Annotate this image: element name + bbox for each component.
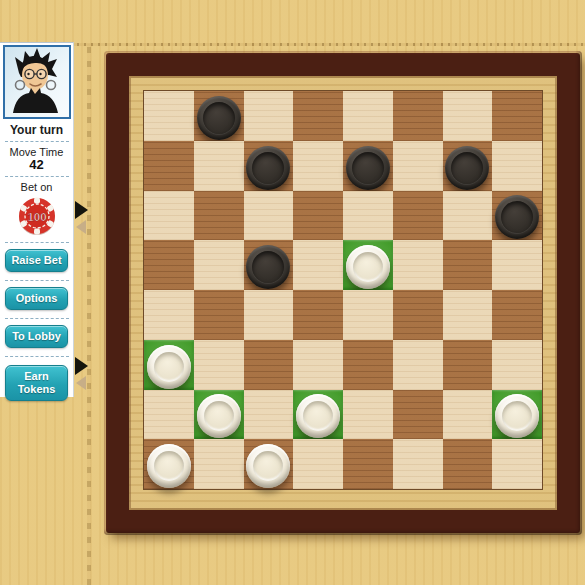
square-r0c6 bbox=[443, 91, 493, 141]
square-r6c2 bbox=[244, 390, 294, 440]
square-r1c6[interactable] bbox=[443, 141, 493, 191]
square-r3c3 bbox=[293, 240, 343, 290]
square-r2c0 bbox=[144, 191, 194, 241]
square-r3c1 bbox=[194, 240, 244, 290]
square-r5c5 bbox=[393, 340, 443, 390]
white-piece[interactable] bbox=[197, 394, 241, 438]
square-r7c4[interactable] bbox=[343, 439, 393, 489]
player-panel: Your turn Move Time 42 Bet on 100 Raise … bbox=[0, 42, 74, 397]
square-r6c5[interactable] bbox=[393, 390, 443, 440]
square-r5c6[interactable] bbox=[443, 340, 493, 390]
square-r0c4 bbox=[343, 91, 393, 141]
board bbox=[143, 90, 543, 490]
square-r3c2[interactable] bbox=[244, 240, 294, 290]
black-piece[interactable] bbox=[197, 96, 241, 140]
white-piece[interactable] bbox=[147, 345, 191, 389]
square-r4c7[interactable] bbox=[492, 290, 542, 340]
square-r7c3 bbox=[293, 439, 343, 489]
square-r4c5[interactable] bbox=[393, 290, 443, 340]
square-r5c0[interactable] bbox=[144, 340, 194, 390]
square-r0c7[interactable] bbox=[492, 91, 542, 141]
square-r0c1[interactable] bbox=[194, 91, 244, 141]
square-r7c5 bbox=[393, 439, 443, 489]
square-r1c1 bbox=[194, 141, 244, 191]
square-r2c6 bbox=[443, 191, 493, 241]
square-r4c6 bbox=[443, 290, 493, 340]
square-r4c0 bbox=[144, 290, 194, 340]
separator bbox=[5, 141, 69, 142]
square-r1c0[interactable] bbox=[144, 141, 194, 191]
square-r7c7 bbox=[492, 439, 542, 489]
square-r2c1[interactable] bbox=[194, 191, 244, 241]
black-piece[interactable] bbox=[246, 146, 290, 190]
separator bbox=[5, 356, 69, 357]
square-r2c2 bbox=[244, 191, 294, 241]
square-r6c1[interactable] bbox=[194, 390, 244, 440]
separator bbox=[5, 280, 69, 281]
square-r3c4[interactable] bbox=[343, 240, 393, 290]
avatar-illustration bbox=[5, 47, 65, 113]
square-r1c5 bbox=[393, 141, 443, 191]
square-r4c1[interactable] bbox=[194, 290, 244, 340]
square-r2c5[interactable] bbox=[393, 191, 443, 241]
options-button[interactable]: Options bbox=[5, 287, 68, 310]
square-r5c1 bbox=[194, 340, 244, 390]
panel-collapse-arrow-icon[interactable] bbox=[76, 220, 86, 234]
square-r2c4 bbox=[343, 191, 393, 241]
panel-collapse-arrow-icon[interactable] bbox=[76, 376, 86, 390]
square-r1c7 bbox=[492, 141, 542, 191]
square-r6c7[interactable] bbox=[492, 390, 542, 440]
bet-chip-value: 100 bbox=[27, 211, 46, 223]
avatar bbox=[3, 45, 71, 119]
square-r0c3[interactable] bbox=[293, 91, 343, 141]
black-piece[interactable] bbox=[346, 146, 390, 190]
square-r3c5 bbox=[393, 240, 443, 290]
raise-bet-button[interactable]: Raise Bet bbox=[5, 249, 68, 272]
square-r6c3[interactable] bbox=[293, 390, 343, 440]
square-r2c7[interactable] bbox=[492, 191, 542, 241]
bet-chip-icon: 100 bbox=[17, 196, 57, 236]
separator bbox=[5, 318, 69, 319]
square-r4c3[interactable] bbox=[293, 290, 343, 340]
square-r0c5[interactable] bbox=[393, 91, 443, 141]
square-r1c2[interactable] bbox=[244, 141, 294, 191]
square-r7c2[interactable] bbox=[244, 439, 294, 489]
turn-status: Your turn bbox=[10, 124, 63, 137]
panel-expand-arrow-icon[interactable] bbox=[75, 201, 88, 219]
earn-tokens-button[interactable]: Earn Tokens bbox=[5, 365, 68, 401]
panel-expand-arrow-icon[interactable] bbox=[75, 357, 88, 375]
square-r5c7 bbox=[492, 340, 542, 390]
square-r4c2 bbox=[244, 290, 294, 340]
square-r1c3 bbox=[293, 141, 343, 191]
white-piece[interactable] bbox=[495, 394, 539, 438]
square-r3c7 bbox=[492, 240, 542, 290]
square-r4c4 bbox=[343, 290, 393, 340]
black-piece[interactable] bbox=[246, 245, 290, 289]
white-piece[interactable] bbox=[147, 444, 191, 488]
square-r7c1 bbox=[194, 439, 244, 489]
square-r7c6[interactable] bbox=[443, 439, 493, 489]
table-seam-vertical bbox=[87, 44, 91, 585]
square-r0c2 bbox=[244, 91, 294, 141]
move-time-value: 42 bbox=[29, 158, 43, 172]
white-piece[interactable] bbox=[296, 394, 340, 438]
square-r3c0[interactable] bbox=[144, 240, 194, 290]
square-r5c2[interactable] bbox=[244, 340, 294, 390]
square-r5c4[interactable] bbox=[343, 340, 393, 390]
game-window: Your turn Move Time 42 Bet on 100 Raise … bbox=[0, 0, 585, 585]
square-r5c3 bbox=[293, 340, 343, 390]
square-r7c0[interactable] bbox=[144, 439, 194, 489]
separator bbox=[5, 242, 69, 243]
square-r0c0 bbox=[144, 91, 194, 141]
bet-label: Bet on bbox=[21, 181, 53, 193]
black-piece[interactable] bbox=[495, 195, 539, 239]
square-r6c4 bbox=[343, 390, 393, 440]
to-lobby-button[interactable]: To Lobby bbox=[5, 325, 68, 348]
square-r3c6[interactable] bbox=[443, 240, 493, 290]
square-r1c4[interactable] bbox=[343, 141, 393, 191]
white-piece[interactable] bbox=[346, 245, 390, 289]
square-r6c0 bbox=[144, 390, 194, 440]
square-r2c3[interactable] bbox=[293, 191, 343, 241]
black-piece[interactable] bbox=[445, 146, 489, 190]
square-r6c6 bbox=[443, 390, 493, 440]
separator bbox=[5, 176, 69, 177]
white-piece[interactable] bbox=[246, 444, 290, 488]
